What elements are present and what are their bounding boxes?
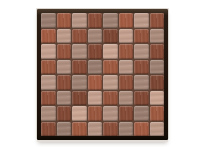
square-e8[interactable] [103,13,118,28]
square-d4[interactable] [88,75,103,90]
square-g2[interactable] [134,106,149,121]
square-b3[interactable] [57,91,72,106]
square-a8[interactable] [41,13,56,28]
square-c1[interactable] [72,122,87,137]
square-a6[interactable] [41,44,56,59]
square-f1[interactable] [119,122,134,137]
square-h1[interactable] [150,122,165,137]
square-f6[interactable] [119,44,134,59]
square-f7[interactable] [119,29,134,44]
square-b2[interactable] [57,106,72,121]
square-a3[interactable] [41,91,56,106]
square-b4[interactable] [57,75,72,90]
square-c2[interactable] [72,106,87,121]
square-d7[interactable] [88,29,103,44]
square-e3[interactable] [103,91,118,106]
square-c6[interactable] [72,44,87,59]
photo-background [0,0,220,147]
square-g7[interactable] [134,29,149,44]
square-h2[interactable] [150,106,165,121]
square-e6[interactable] [103,44,118,59]
square-h8[interactable] [150,13,165,28]
square-g3[interactable] [134,91,149,106]
square-d5[interactable] [88,60,103,75]
square-c3[interactable] [72,91,87,106]
square-h3[interactable] [150,91,165,106]
square-a7[interactable] [41,29,56,44]
square-g1[interactable] [134,122,149,137]
square-e1[interactable] [103,122,118,137]
square-b8[interactable] [57,13,72,28]
square-d6[interactable] [88,44,103,59]
square-f4[interactable] [119,75,134,90]
square-d1[interactable] [88,122,103,137]
chess-board [41,13,164,136]
square-f8[interactable] [119,13,134,28]
square-b1[interactable] [57,122,72,137]
square-a2[interactable] [41,106,56,121]
square-d2[interactable] [88,106,103,121]
square-e4[interactable] [103,75,118,90]
square-h4[interactable] [150,75,165,90]
square-g5[interactable] [134,60,149,75]
square-c5[interactable] [72,60,87,75]
square-h6[interactable] [150,44,165,59]
square-a1[interactable] [41,122,56,137]
square-f5[interactable] [119,60,134,75]
square-a5[interactable] [41,60,56,75]
square-c8[interactable] [72,13,87,28]
square-e7[interactable] [103,29,118,44]
square-e5[interactable] [103,60,118,75]
square-b7[interactable] [57,29,72,44]
board-frame [37,9,168,140]
square-g6[interactable] [134,44,149,59]
square-h5[interactable] [150,60,165,75]
square-d3[interactable] [88,91,103,106]
square-h7[interactable] [150,29,165,44]
square-b6[interactable] [57,44,72,59]
square-b5[interactable] [57,60,72,75]
square-c4[interactable] [72,75,87,90]
square-e2[interactable] [103,106,118,121]
square-d8[interactable] [88,13,103,28]
square-g8[interactable] [134,13,149,28]
square-a4[interactable] [41,75,56,90]
square-f3[interactable] [119,91,134,106]
square-c7[interactable] [72,29,87,44]
square-g4[interactable] [134,75,149,90]
square-f2[interactable] [119,106,134,121]
